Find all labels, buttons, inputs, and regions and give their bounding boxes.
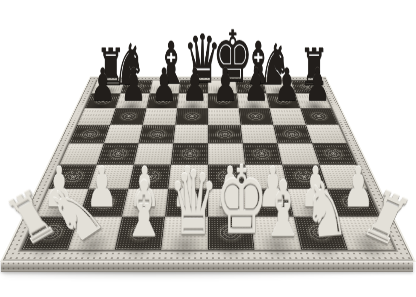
square-c5[interactable] bbox=[139, 125, 176, 144]
board-grid: ♜♞♝♛♚♝♞♜♟♟♟♟♟♟♟♟♟♟♟♟♟♟♟♟♜♞♝♛♚♝♞♜ bbox=[21, 80, 394, 249]
square-c1[interactable]: ♝ bbox=[115, 217, 165, 250]
square-b6[interactable] bbox=[110, 108, 146, 125]
square-b1[interactable]: ♞ bbox=[68, 217, 122, 250]
square-f7[interactable]: ♟ bbox=[237, 94, 269, 109]
square-c6[interactable] bbox=[143, 108, 177, 125]
square-f5[interactable] bbox=[241, 125, 278, 144]
chess-board: ♜♞♝♛♚♝♞♜♟♟♟♟♟♟♟♟♟♟♟♟♟♟♟♟♜♞♝♛♚♝♞♜ bbox=[0, 76, 416, 262]
square-h5[interactable] bbox=[306, 125, 347, 144]
square-e6[interactable] bbox=[208, 108, 241, 125]
square-b7[interactable]: ♟ bbox=[116, 94, 150, 109]
square-e5[interactable] bbox=[208, 125, 243, 144]
black-pawn-d7[interactable]: ♟ bbox=[182, 62, 203, 107]
black-pawn-f7[interactable]: ♟ bbox=[243, 62, 264, 107]
white-knight-g1[interactable]: ♞ bbox=[301, 172, 340, 249]
black-pawn-b7[interactable]: ♟ bbox=[121, 62, 142, 107]
square-d5[interactable] bbox=[173, 125, 208, 144]
board-front-edge bbox=[1, 261, 413, 272]
white-queen-d1[interactable]: ♛ bbox=[169, 160, 201, 247]
white-king-e1[interactable]: ♚ bbox=[215, 154, 247, 248]
white-bishop-f1[interactable]: ♝ bbox=[261, 171, 293, 248]
black-pawn-h7[interactable]: ♟ bbox=[305, 62, 326, 107]
square-e1[interactable]: ♚ bbox=[208, 217, 255, 250]
square-f6[interactable] bbox=[239, 108, 273, 125]
square-b5[interactable] bbox=[104, 125, 143, 144]
square-d1[interactable]: ♛ bbox=[161, 217, 208, 250]
black-pawn-c7[interactable]: ♟ bbox=[151, 62, 172, 107]
black-pawn-e7[interactable]: ♟ bbox=[213, 62, 234, 107]
black-pawn-g7[interactable]: ♟ bbox=[274, 62, 295, 107]
board-frame: ♜♞♝♛♚♝♞♜♟♟♟♟♟♟♟♟♟♟♟♟♟♟♟♟♜♞♝♛♚♝♞♜ bbox=[0, 76, 416, 262]
chess-set-photo: ♜♞♝♛♚♝♞♜♟♟♟♟♟♟♟♟♟♟♟♟♟♟♟♟♜♞♝♛♚♝♞♜ bbox=[0, 0, 416, 297]
black-pawn-a7[interactable]: ♟ bbox=[90, 62, 111, 107]
square-h7[interactable]: ♟ bbox=[295, 94, 331, 109]
square-h6[interactable] bbox=[300, 108, 338, 125]
square-a7[interactable]: ♟ bbox=[85, 94, 121, 109]
white-pawn-h2[interactable]: ♟ bbox=[343, 160, 373, 215]
square-c7[interactable]: ♟ bbox=[146, 94, 178, 109]
square-e7[interactable]: ♟ bbox=[208, 94, 239, 109]
white-bishop-c1[interactable]: ♝ bbox=[122, 171, 154, 248]
square-d7[interactable]: ♟ bbox=[177, 94, 208, 109]
square-d6[interactable] bbox=[175, 108, 208, 125]
square-g7[interactable]: ♟ bbox=[266, 94, 300, 109]
